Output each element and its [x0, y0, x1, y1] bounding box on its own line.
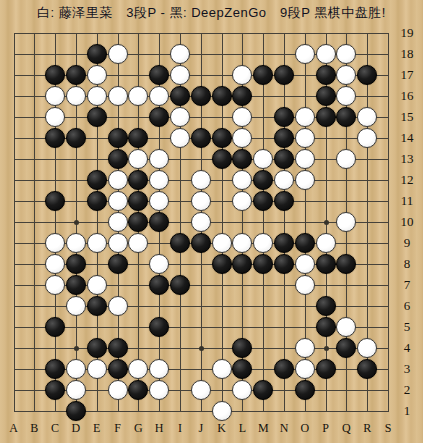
board-grid-line: [388, 33, 389, 412]
column-label: B: [24, 421, 45, 436]
black-stone: [316, 296, 336, 316]
white-stone: [191, 170, 211, 190]
black-stone: [316, 359, 336, 379]
white-stone: [108, 191, 128, 211]
white-stone: [170, 65, 190, 85]
white-stone: [45, 233, 65, 253]
black-stone: [274, 359, 294, 379]
white-stone: [232, 233, 252, 253]
black-stone: [66, 65, 86, 85]
white-stone: [170, 107, 190, 127]
white-stone: [212, 401, 232, 421]
white-stone: [191, 191, 211, 211]
column-label: G: [128, 421, 149, 436]
white-stone: [295, 338, 315, 358]
white-stone: [108, 212, 128, 232]
column-label: O: [294, 421, 315, 436]
black-stone: [316, 86, 336, 106]
black-stone: [274, 107, 294, 127]
white-stone: [212, 233, 232, 253]
column-label: Q: [336, 421, 357, 436]
black-stone: [45, 128, 65, 148]
black-stone: [170, 233, 190, 253]
column-label: E: [86, 421, 107, 436]
black-stone: [274, 254, 294, 274]
black-stone: [253, 191, 273, 211]
black-stone: [295, 233, 315, 253]
star-point: [74, 346, 79, 351]
row-label: 7: [393, 277, 421, 293]
white-stone: [45, 275, 65, 295]
board-grid-line: [263, 33, 264, 412]
black-stone: [108, 128, 128, 148]
black-stone: [149, 212, 169, 232]
white-stone: [336, 149, 356, 169]
row-label: 6: [393, 298, 421, 314]
column-label: I: [169, 421, 190, 436]
white-stone: [149, 254, 169, 274]
white-stone: [149, 149, 169, 169]
white-stone: [316, 233, 336, 253]
row-label: 1: [393, 403, 421, 419]
black-stone: [66, 401, 86, 421]
black-stone: [87, 296, 107, 316]
row-label: 15: [393, 109, 421, 125]
column-label: L: [232, 421, 253, 436]
white-stone: [149, 380, 169, 400]
black-stone: [232, 338, 252, 358]
black-stone: [170, 86, 190, 106]
white-stone: [191, 380, 211, 400]
black-stone: [149, 275, 169, 295]
white-stone: [295, 107, 315, 127]
black-stone: [232, 254, 252, 274]
black-stone: [316, 317, 336, 337]
white-stone: [212, 359, 232, 379]
black-stone: [191, 86, 211, 106]
black-stone: [336, 338, 356, 358]
white-stone: [295, 128, 315, 148]
white-stone: [128, 359, 148, 379]
black-stone: [108, 149, 128, 169]
white-stone: [149, 191, 169, 211]
black-stone: [212, 254, 232, 274]
star-point: [74, 220, 79, 225]
black-stone: [253, 380, 273, 400]
black-stone: [253, 254, 273, 274]
white-stone: [170, 44, 190, 64]
game-info-header: 白: 藤泽里菜 3段P - 黑: DeepZenGo 9段P 黑棋中盘胜!: [0, 3, 423, 25]
black-stone: [274, 128, 294, 148]
black-stone: [108, 359, 128, 379]
white-stone: [149, 170, 169, 190]
column-label: R: [357, 421, 378, 436]
white-stone: [336, 65, 356, 85]
white-stone: [108, 233, 128, 253]
black-stone: [149, 107, 169, 127]
black-stone: [87, 107, 107, 127]
black-stone: [45, 191, 65, 211]
star-point: [324, 346, 329, 351]
go-game-viewer: 白: 藤泽里菜 3段P - 黑: DeepZenGo 9段P 黑棋中盘胜! AB…: [0, 0, 423, 443]
white-stone: [232, 128, 252, 148]
black-stone: [170, 275, 190, 295]
white-stone: [253, 233, 273, 253]
column-label: S: [378, 421, 399, 436]
white-stone: [87, 86, 107, 106]
column-label: M: [253, 421, 274, 436]
star-point: [324, 220, 329, 225]
black-stone: [87, 170, 107, 190]
black-stone: [149, 317, 169, 337]
black-stone: [274, 65, 294, 85]
white-stone: [45, 86, 65, 106]
black-stone: [232, 149, 252, 169]
white-stone: [274, 170, 294, 190]
column-label: K: [211, 421, 232, 436]
white-stone: [108, 86, 128, 106]
row-label: 17: [393, 67, 421, 83]
white-stone: [66, 233, 86, 253]
white-stone: [232, 191, 252, 211]
black-stone: [357, 65, 377, 85]
white-stone: [108, 170, 128, 190]
column-label: J: [190, 421, 211, 436]
black-stone: [128, 212, 148, 232]
white-stone: [336, 44, 356, 64]
black-stone: [108, 338, 128, 358]
row-label: 9: [393, 235, 421, 251]
black-stone: [45, 359, 65, 379]
black-stone: [212, 128, 232, 148]
white-stone: [170, 128, 190, 148]
white-stone: [128, 149, 148, 169]
row-label: 10: [393, 214, 421, 230]
black-stone: [253, 65, 273, 85]
black-stone: [45, 380, 65, 400]
white-stone: [128, 86, 148, 106]
row-label: 16: [393, 88, 421, 104]
white-stone: [295, 170, 315, 190]
white-stone: [253, 149, 273, 169]
row-label: 8: [393, 256, 421, 272]
white-stone: [232, 170, 252, 190]
white-stone: [66, 296, 86, 316]
black-stone: [253, 170, 273, 190]
black-stone: [274, 233, 294, 253]
white-stone: [295, 254, 315, 274]
column-label: C: [45, 421, 66, 436]
black-stone: [336, 107, 356, 127]
white-stone: [357, 338, 377, 358]
white-stone: [191, 212, 211, 232]
column-label: N: [274, 421, 295, 436]
white-stone: [336, 212, 356, 232]
column-label: P: [315, 421, 336, 436]
white-stone: [87, 65, 107, 85]
white-stone: [149, 86, 169, 106]
white-stone: [232, 380, 252, 400]
black-stone: [316, 254, 336, 274]
white-stone: [45, 107, 65, 127]
white-stone: [336, 317, 356, 337]
row-label: 19: [393, 25, 421, 41]
white-stone: [66, 380, 86, 400]
row-label: 2: [393, 382, 421, 398]
white-stone: [108, 296, 128, 316]
black-stone: [87, 338, 107, 358]
black-stone: [316, 107, 336, 127]
black-stone: [232, 359, 252, 379]
row-label: 12: [393, 172, 421, 188]
black-stone: [212, 86, 232, 106]
column-label: D: [65, 421, 86, 436]
white-stone: [357, 128, 377, 148]
black-stone: [66, 275, 86, 295]
white-stone: [108, 44, 128, 64]
black-stone: [274, 149, 294, 169]
black-stone: [108, 254, 128, 274]
black-stone: [316, 65, 336, 85]
row-label: 5: [393, 319, 421, 335]
black-stone: [128, 380, 148, 400]
white-stone: [87, 233, 107, 253]
black-stone: [45, 317, 65, 337]
black-stone: [357, 359, 377, 379]
white-stone: [45, 254, 65, 274]
row-label: 13: [393, 151, 421, 167]
white-stone: [232, 107, 252, 127]
black-stone: [87, 44, 107, 64]
row-label: 18: [393, 46, 421, 62]
black-stone: [66, 128, 86, 148]
black-stone: [128, 128, 148, 148]
white-stone: [66, 359, 86, 379]
white-stone: [128, 233, 148, 253]
white-stone: [295, 359, 315, 379]
black-stone: [295, 380, 315, 400]
black-stone: [149, 65, 169, 85]
column-label: F: [107, 421, 128, 436]
black-stone: [232, 86, 252, 106]
black-stone: [128, 191, 148, 211]
row-label: 3: [393, 361, 421, 377]
white-stone: [295, 275, 315, 295]
black-stone: [45, 65, 65, 85]
white-stone: [87, 275, 107, 295]
black-stone: [336, 254, 356, 274]
black-stone: [128, 170, 148, 190]
white-stone: [66, 86, 86, 106]
row-label: 14: [393, 130, 421, 146]
black-stone: [66, 254, 86, 274]
white-stone: [149, 359, 169, 379]
white-stone: [357, 107, 377, 127]
black-stone: [87, 191, 107, 211]
black-stone: [274, 191, 294, 211]
white-stone: [336, 86, 356, 106]
row-label: 4: [393, 340, 421, 356]
black-stone: [212, 149, 232, 169]
column-label: A: [3, 421, 24, 436]
black-stone: [191, 128, 211, 148]
board-grid-line: [284, 33, 285, 412]
star-point: [199, 346, 204, 351]
white-stone: [316, 44, 336, 64]
white-stone: [295, 149, 315, 169]
white-stone: [87, 359, 107, 379]
black-stone: [191, 233, 211, 253]
column-label: H: [149, 421, 170, 436]
white-stone: [232, 65, 252, 85]
white-stone: [295, 44, 315, 64]
row-label: 11: [393, 193, 421, 209]
white-stone: [108, 380, 128, 400]
